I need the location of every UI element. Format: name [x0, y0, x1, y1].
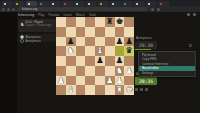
square-c7[interactable]	[76, 27, 86, 37]
white-clock-time: 20:35	[139, 79, 153, 84]
profile-icon[interactable]	[157, 8, 160, 11]
tab-favicon	[4, 3, 6, 5]
chat-icon[interactable]	[145, 88, 148, 91]
square-d1[interactable]	[85, 85, 95, 95]
square-c8[interactable]	[76, 17, 86, 27]
extensions-icon[interactable]	[151, 8, 154, 11]
piece-black-pawn[interactable]: ♟	[115, 37, 125, 47]
square-a5[interactable]	[56, 46, 66, 56]
site-logo[interactable]: lichess.org	[18, 13, 34, 18]
square-e4[interactable]: ♟	[95, 56, 105, 66]
piece-white-pawn[interactable]: ♟	[124, 66, 134, 76]
tab-favicon	[28, 3, 30, 5]
game-action-icons	[135, 88, 155, 91]
square-d4[interactable]	[85, 56, 95, 66]
clock-progress-bar	[135, 49, 151, 50]
game-meta-card: ♞ 10+0 • Rapid Casual • 2 hours ago	[18, 19, 56, 32]
square-b4[interactable]	[66, 56, 76, 66]
square-f6[interactable]	[105, 37, 115, 47]
square-c5[interactable]	[76, 46, 86, 56]
tab-favicon	[88, 3, 90, 5]
piece-white-bishop[interactable]: ♝	[66, 85, 76, 95]
user-icon[interactable]	[193, 13, 196, 16]
square-b3[interactable]	[66, 66, 76, 76]
square-c2[interactable]	[76, 76, 86, 86]
black-clock-time: 20:30	[139, 43, 153, 48]
piece-white-king[interactable]: ♚	[124, 85, 134, 95]
square-g8[interactable]: ♚	[115, 17, 125, 27]
square-c4[interactable]	[76, 56, 86, 66]
search-icon[interactable]	[187, 13, 190, 16]
nav-link-play[interactable]: Play	[38, 13, 44, 18]
square-a6[interactable]	[56, 37, 66, 47]
square-f8[interactable]: ♜	[105, 17, 115, 27]
url-text: lichess.org	[22, 7, 37, 11]
square-c1[interactable]	[76, 85, 86, 95]
square-d6[interactable]	[85, 37, 95, 47]
piece-white-pawn[interactable]: ♟	[56, 76, 66, 86]
square-f4[interactable]	[105, 56, 115, 66]
piece-white-pawn[interactable]: ♟	[105, 76, 115, 86]
square-f7[interactable]	[105, 27, 115, 37]
square-g6[interactable]: ♟	[115, 37, 125, 47]
square-c3[interactable]	[76, 66, 86, 76]
square-d8[interactable]	[85, 17, 95, 27]
square-c6[interactable]	[76, 37, 86, 47]
tab-favicon	[16, 3, 18, 5]
flag-icon[interactable]	[135, 88, 138, 91]
square-d5[interactable]	[85, 46, 95, 56]
square-a2[interactable]: ♟	[56, 76, 66, 86]
tab-favicon	[148, 3, 150, 5]
piece-black-king[interactable]: ♚	[115, 17, 125, 27]
square-e8[interactable]	[95, 17, 105, 27]
game-meta-sub: Casual • 2 hours ago	[25, 24, 54, 27]
white-color-icon	[20, 35, 24, 39]
square-f1[interactable]	[105, 85, 115, 95]
square-a1[interactable]	[56, 85, 66, 95]
tab-favicon	[136, 3, 138, 5]
draw-icon[interactable]	[140, 88, 143, 91]
tab-favicon	[40, 3, 42, 5]
square-h5[interactable]: ♛	[124, 46, 134, 56]
square-b1[interactable]: ♝	[66, 85, 76, 95]
back-icon[interactable]	[2, 8, 5, 11]
black-player-row[interactable]: Anonymous	[20, 39, 54, 43]
square-b5[interactable]: ♞	[66, 46, 76, 56]
top-player-label: Anonymous	[136, 37, 152, 41]
dropdown-menu: Flip boardCopy FENContinue from hereBoar…	[138, 51, 196, 77]
white-clock-active: 20:35	[135, 77, 157, 85]
black-color-icon	[20, 39, 24, 43]
hamburger-menu-icon[interactable]: ≡	[189, 42, 195, 48]
square-a7[interactable]	[56, 27, 66, 37]
square-e3[interactable]	[95, 66, 105, 76]
players-box: Anonymous Anonymous	[18, 34, 56, 42]
reload-icon[interactable]	[12, 8, 15, 11]
menu-item-settings[interactable]: Settings	[139, 71, 195, 76]
chess-board[interactable]: ♜♚♟♟♟♞♝♛♟♟♞♟♟♟♟♝♜♚	[56, 17, 134, 95]
square-f2[interactable]: ♟	[105, 76, 115, 86]
url-field[interactable]: lichess.org	[18, 7, 148, 11]
game-type-icon: ♞	[20, 21, 24, 28]
square-g1[interactable]: ♜	[115, 85, 125, 95]
black-player-name: Anonymous	[26, 38, 41, 42]
forward-icon[interactable]	[7, 8, 10, 11]
tab-favicon	[100, 3, 102, 5]
tab-favicon	[160, 3, 162, 5]
square-f5[interactable]	[105, 46, 115, 56]
tab-favicon	[52, 3, 54, 5]
square-d2[interactable]	[85, 76, 95, 86]
square-d3[interactable]	[85, 66, 95, 76]
tab-favicon	[124, 3, 126, 5]
piece-white-knight[interactable]: ♞	[66, 46, 76, 56]
square-h1[interactable]: ♚	[124, 85, 134, 95]
square-e7[interactable]	[95, 27, 105, 37]
square-a8[interactable]	[56, 17, 66, 27]
top-right-icons	[176, 13, 196, 17]
page-left-gutter	[0, 12, 17, 113]
square-h3[interactable]: ♟	[124, 66, 134, 76]
square-b8[interactable]	[66, 17, 76, 27]
tab-favicon	[64, 3, 66, 5]
square-e2[interactable]	[95, 76, 105, 86]
square-e1[interactable]	[95, 85, 105, 95]
square-h8[interactable]	[124, 17, 134, 27]
piece-white-rook[interactable]: ♜	[115, 85, 125, 95]
tab-favicon	[76, 3, 78, 5]
piece-black-queen[interactable]: ♛	[124, 46, 134, 56]
piece-black-rook[interactable]: ♜	[105, 17, 115, 27]
square-d7[interactable]	[85, 27, 95, 37]
tab-favicon	[112, 3, 114, 5]
piece-black-pawn[interactable]: ♟	[95, 56, 105, 66]
square-a4[interactable]	[56, 56, 66, 66]
